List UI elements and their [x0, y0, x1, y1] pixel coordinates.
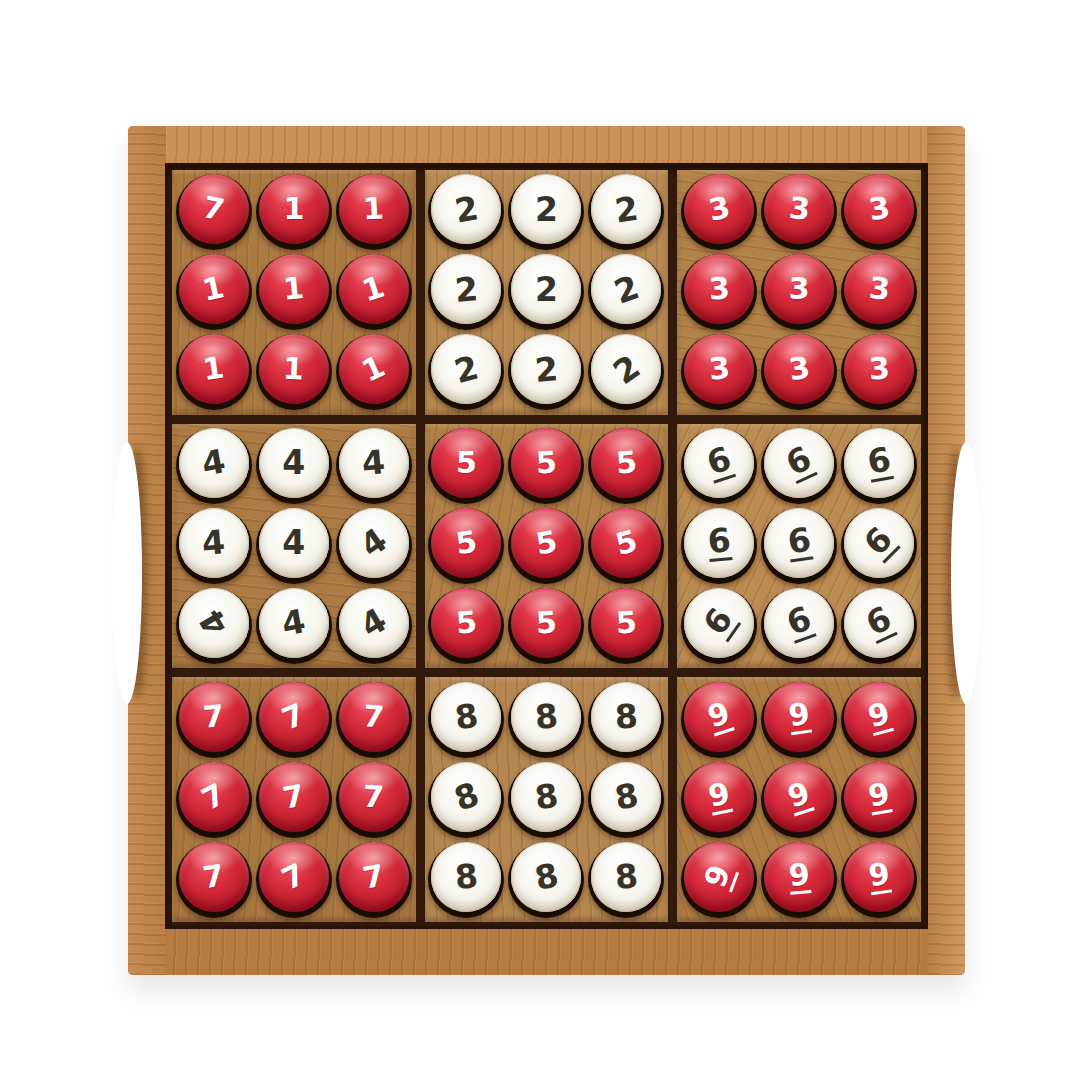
peg-r7c2-value-7[interactable]: 7 — [259, 682, 329, 752]
peg-number: 7 — [198, 779, 231, 815]
board-cell-r6c8: 6 — [760, 587, 838, 665]
peg-number: 4 — [356, 603, 392, 643]
board-cell-r3c7: 3 — [680, 333, 758, 411]
peg-r4c8-value-6[interactable]: 6 — [764, 428, 834, 498]
peg-hole: 6 — [761, 428, 837, 504]
peg-hole: 8 — [588, 762, 664, 838]
peg-number: 9 — [866, 778, 892, 815]
peg-r4c4-value-5[interactable]: 5 — [431, 428, 501, 498]
peg-r1c1-value-7[interactable]: 7 — [179, 174, 249, 244]
peg-r9c1-value-7[interactable]: 7 — [179, 842, 249, 912]
peg-number: 8 — [614, 859, 640, 894]
board-cell-r8c9: 9 — [840, 761, 918, 839]
peg-r5c7-value-6[interactable]: 6 — [684, 508, 754, 578]
board-cell-r3c4: 2 — [427, 333, 505, 411]
peg-number: 7 — [363, 781, 385, 812]
peg-hole: 5 — [508, 588, 584, 664]
peg-number: 7 — [362, 701, 385, 733]
peg-r7c3-value-7[interactable]: 7 — [339, 682, 409, 752]
board-cell-r9c4: 8 — [427, 841, 505, 919]
peg-r3c3-value-1[interactable]: 1 — [339, 334, 409, 404]
peg-r7c8-value-9[interactable]: 9 — [764, 682, 834, 752]
board-box-6: 666666666 — [677, 424, 921, 669]
board-cell-r8c8: 9 — [760, 761, 838, 839]
peg-number: 2 — [613, 191, 640, 227]
peg-hole: 2 — [428, 254, 504, 330]
peg-r6c7-value-6[interactable]: 6 — [684, 588, 754, 658]
peg-hole: 8 — [428, 682, 504, 758]
peg-hole: 4 — [336, 508, 412, 584]
peg-r7c9-value-9[interactable]: 9 — [844, 682, 914, 752]
board-cell-r2c7: 3 — [680, 253, 758, 331]
peg-r6c9-value-6[interactable]: 6 — [844, 588, 914, 658]
peg-hole: 7 — [256, 682, 332, 758]
peg-r9c3-value-7[interactable]: 7 — [339, 842, 409, 912]
peg-r4c5-value-5[interactable]: 5 — [511, 428, 581, 498]
peg-hole: 3 — [761, 334, 837, 410]
peg-hole: 2 — [508, 174, 584, 250]
peg-hole: 3 — [841, 334, 917, 410]
board-cell-r7c8: 9 — [760, 681, 838, 759]
board-cell-r3c6: 2 — [587, 333, 665, 411]
peg-number: 9 — [700, 861, 739, 892]
peg-number: 2 — [610, 270, 643, 309]
peg-r2c2-value-1[interactable]: 1 — [259, 254, 329, 324]
peg-hole: 6 — [681, 588, 757, 664]
peg-number: 6 — [703, 442, 736, 484]
peg-hole: 9 — [681, 762, 757, 838]
board-cell-r2c8: 3 — [760, 253, 838, 331]
peg-r5c2-value-4[interactable]: 4 — [259, 508, 329, 578]
peg-r2c7-value-3[interactable]: 3 — [684, 254, 754, 324]
peg-hole: 6 — [681, 508, 757, 584]
board-cell-r7c4: 8 — [427, 681, 505, 759]
peg-hole: 6 — [761, 588, 837, 664]
peg-r8c2-value-7[interactable]: 7 — [259, 762, 329, 832]
board-cell-r2c4: 2 — [427, 253, 505, 331]
board-cell-r3c5: 2 — [507, 333, 585, 411]
board-cell-r6c9: 6 — [840, 587, 918, 665]
peg-number: 6 — [861, 601, 897, 644]
peg-hole: 9 — [681, 842, 757, 918]
peg-hole: 1 — [336, 174, 412, 250]
peg-hole: 8 — [508, 842, 584, 918]
peg-r4c3-value-4[interactable]: 4 — [339, 428, 409, 498]
peg-r5c6-value-5[interactable]: 5 — [591, 508, 661, 578]
peg-hole: 3 — [841, 174, 917, 250]
peg-hole: 5 — [428, 508, 504, 584]
peg-number: 2 — [535, 193, 558, 226]
peg-number: 8 — [614, 700, 639, 734]
board-cell-r6c4: 5 — [427, 587, 505, 665]
board-cell-r8c6: 8 — [587, 761, 665, 839]
board-cell-r9c8: 9 — [760, 841, 838, 919]
peg-hole: 5 — [508, 508, 584, 584]
peg-r8c3-value-7[interactable]: 7 — [339, 762, 409, 832]
peg-r5c4-value-5[interactable]: 5 — [431, 508, 501, 578]
peg-number: 5 — [535, 447, 557, 478]
peg-number: 9 — [784, 777, 814, 816]
peg-r9c7-value-9[interactable]: 9 — [684, 842, 754, 912]
peg-number: 5 — [456, 448, 477, 478]
peg-number: 9 — [866, 858, 891, 895]
board-cell-r5c4: 5 — [427, 507, 505, 585]
peg-r1c4-value-2[interactable]: 2 — [431, 174, 501, 244]
peg-number: 7 — [201, 192, 228, 226]
peg-hole: 1 — [336, 334, 412, 410]
peg-r6c4-value-5[interactable]: 5 — [431, 588, 501, 658]
peg-hole: 3 — [681, 334, 757, 410]
peg-r6c1-value-4[interactable]: 4 — [179, 588, 249, 658]
peg-number: 7 — [281, 780, 307, 813]
peg-number: 6 — [865, 443, 894, 483]
peg-hole: 4 — [336, 588, 412, 664]
peg-hole: 6 — [761, 508, 837, 584]
peg-r8c4-value-8[interactable]: 8 — [431, 762, 501, 832]
board-cell-r9c3: 7 — [335, 841, 413, 919]
peg-number: 8 — [450, 777, 483, 816]
peg-number: 2 — [454, 272, 480, 307]
peg-r7c6-value-8[interactable]: 8 — [591, 682, 661, 752]
peg-hole: 9 — [841, 842, 917, 918]
peg-number: 3 — [867, 193, 892, 226]
board-cell-r7c6: 8 — [587, 681, 665, 759]
peg-r1c6-value-2[interactable]: 2 — [591, 174, 661, 244]
board-box-2: 222222222 — [425, 170, 669, 415]
board-cell-r5c7: 6 — [680, 507, 758, 585]
peg-hole: 8 — [588, 682, 664, 758]
board-cell-r9c9: 9 — [840, 841, 918, 919]
peg-r3c2-value-1[interactable]: 1 — [259, 334, 329, 404]
peg-r4c9-value-6[interactable]: 6 — [844, 428, 914, 498]
peg-r1c7-value-3[interactable]: 3 — [684, 174, 754, 244]
peg-hole: 4 — [256, 428, 332, 504]
peg-r1c9-value-3[interactable]: 3 — [844, 174, 914, 244]
board-cell-r4c7: 6 — [680, 427, 758, 505]
peg-r6c3-value-4[interactable]: 4 — [339, 588, 409, 658]
peg-hole: 4 — [256, 588, 332, 664]
board-cell-r7c9: 9 — [840, 681, 918, 759]
peg-number: 4 — [282, 526, 305, 559]
peg-hole: 2 — [508, 254, 584, 330]
peg-r1c8-value-3[interactable]: 3 — [764, 174, 834, 244]
board-cell-r5c9: 6 — [840, 507, 918, 585]
peg-hole: 2 — [588, 254, 664, 330]
peg-number: 5 — [615, 447, 638, 479]
peg-hole: 6 — [841, 428, 917, 504]
peg-number: 1 — [359, 272, 388, 307]
peg-hole: 7 — [336, 762, 412, 838]
peg-number: 2 — [452, 191, 480, 227]
board-cell-r6c7: 6 — [680, 587, 758, 665]
peg-r1c3-value-1[interactable]: 1 — [339, 174, 409, 244]
peg-number: 4 — [361, 446, 387, 481]
peg-number: 1 — [282, 273, 305, 305]
board-cell-r2c9: 3 — [840, 253, 918, 331]
board-cell-r8c4: 8 — [427, 761, 505, 839]
peg-r7c5-value-8[interactable]: 8 — [511, 682, 581, 752]
peg-number: 4 — [201, 526, 227, 561]
peg-r9c9-value-9[interactable]: 9 — [844, 842, 914, 912]
peg-number: 7 — [279, 699, 310, 735]
peg-number: 8 — [612, 778, 640, 814]
peg-hole: 7 — [176, 174, 252, 250]
peg-number: 6 — [785, 523, 813, 563]
board-cell-r5c1: 4 — [175, 507, 253, 585]
peg-number: 7 — [202, 701, 225, 733]
peg-number: 6 — [697, 603, 740, 643]
board-cell-r6c2: 4 — [255, 587, 333, 665]
peg-r5c3-value-4[interactable]: 4 — [339, 508, 409, 578]
peg-hole: 3 — [681, 174, 757, 250]
board-cell-r9c2: 7 — [255, 841, 333, 919]
peg-number: 2 — [451, 350, 482, 388]
peg-number: 7 — [201, 860, 226, 893]
peg-r3c6-value-2[interactable]: 2 — [591, 334, 661, 404]
board-cell-r5c6: 5 — [587, 507, 665, 585]
board-cell-r2c2: 1 — [255, 253, 333, 331]
board-cell-r7c1: 7 — [175, 681, 253, 759]
peg-r2c8-value-3[interactable]: 3 — [764, 254, 834, 324]
peg-hole: 2 — [508, 334, 584, 410]
board-cell-r4c1: 4 — [175, 427, 253, 505]
peg-r8c5-value-8[interactable]: 8 — [511, 762, 581, 832]
peg-r3c5-value-2[interactable]: 2 — [511, 334, 581, 404]
peg-hole: 1 — [176, 334, 252, 410]
peg-hole: 3 — [681, 254, 757, 330]
peg-number: 2 — [535, 273, 558, 306]
peg-r2c1-value-1[interactable]: 1 — [179, 254, 249, 324]
peg-hole: 4 — [176, 428, 252, 504]
peg-r8c1-value-7[interactable]: 7 — [179, 762, 249, 832]
peg-r2c3-value-1[interactable]: 1 — [339, 254, 409, 324]
peg-hole: 6 — [841, 508, 917, 584]
peg-number: 5 — [534, 526, 560, 559]
peg-hole: 7 — [176, 762, 252, 838]
peg-number: 4 — [282, 446, 305, 479]
finger-notch-left — [112, 442, 142, 704]
board-cell-r4c4: 5 — [427, 427, 505, 505]
board-cell-r8c5: 8 — [507, 761, 585, 839]
peg-r1c5-value-2[interactable]: 2 — [511, 174, 581, 244]
peg-r6c8-value-6[interactable]: 6 — [764, 588, 834, 658]
peg-r1c2-value-1[interactable]: 1 — [259, 174, 329, 244]
board-cell-r1c2: 1 — [255, 173, 333, 251]
board-cell-r4c6: 5 — [587, 427, 665, 505]
peg-hole: 8 — [508, 762, 584, 838]
board-cell-r8c3: 7 — [335, 761, 413, 839]
board-cell-r8c2: 7 — [255, 761, 333, 839]
peg-hole: 9 — [761, 842, 837, 918]
board-tray: 7111111112222222223333333334444444445555… — [165, 163, 928, 929]
peg-number: 1 — [358, 351, 390, 387]
peg-r5c1-value-4[interactable]: 4 — [179, 508, 249, 578]
peg-number: 9 — [865, 698, 894, 736]
board-box-3: 333333333 — [677, 170, 921, 415]
peg-hole: 2 — [588, 174, 664, 250]
peg-r2c5-value-2[interactable]: 2 — [511, 254, 581, 324]
peg-number: 5 — [535, 607, 557, 638]
peg-r3c1-value-1[interactable]: 1 — [179, 334, 249, 404]
peg-number: 6 — [781, 441, 817, 484]
board-cell-r3c8: 3 — [760, 333, 838, 411]
peg-hole: 9 — [841, 682, 917, 758]
peg-r4c6-value-5[interactable]: 5 — [591, 428, 661, 498]
peg-hole: 8 — [588, 842, 664, 918]
peg-r3c8-value-3[interactable]: 3 — [764, 334, 834, 404]
board-cell-r4c5: 5 — [507, 427, 585, 505]
finger-notch-right — [951, 442, 981, 704]
peg-hole: 3 — [761, 174, 837, 250]
peg-number: 1 — [283, 354, 305, 385]
peg-number: 2 — [608, 349, 646, 389]
peg-number: 4 — [355, 523, 393, 563]
peg-hole: 8 — [428, 762, 504, 838]
peg-r3c7-value-3[interactable]: 3 — [684, 334, 754, 404]
board-cell-r7c2: 7 — [255, 681, 333, 759]
peg-hole: 1 — [256, 334, 332, 410]
peg-r3c4-value-2[interactable]: 2 — [431, 334, 501, 404]
peg-number: 5 — [455, 607, 478, 639]
peg-r9c4-value-8[interactable]: 8 — [431, 842, 501, 912]
board-cell-r1c8: 3 — [760, 173, 838, 251]
peg-number: 5 — [454, 527, 479, 560]
peg-hole: 5 — [588, 508, 664, 584]
board-cell-r1c4: 2 — [427, 173, 505, 251]
peg-number: 8 — [453, 699, 480, 735]
board-cell-r4c2: 4 — [255, 427, 333, 505]
peg-hole: 7 — [256, 762, 332, 838]
board-cell-r2c5: 2 — [507, 253, 585, 331]
board-cell-r4c8: 6 — [760, 427, 838, 505]
peg-hole: 6 — [841, 588, 917, 664]
peg-number: 2 — [534, 352, 560, 387]
board-cell-r3c2: 1 — [255, 333, 333, 411]
peg-r9c2-value-7[interactable]: 7 — [259, 842, 329, 912]
peg-number: 8 — [534, 699, 560, 734]
peg-r8c7-value-9[interactable]: 9 — [684, 762, 754, 832]
sudoku-board: 7111111112222222223333333334444444445555… — [128, 126, 965, 975]
board-cell-r6c6: 5 — [587, 587, 665, 665]
peg-hole: 7 — [336, 842, 412, 918]
peg-r9c8-value-9[interactable]: 9 — [764, 842, 834, 912]
board-cell-r9c6: 8 — [587, 841, 665, 919]
peg-r6c6-value-5[interactable]: 5 — [591, 588, 661, 658]
board-cell-r6c1: 4 — [175, 587, 253, 665]
board-cell-r4c9: 6 — [840, 427, 918, 505]
board-cell-r1c9: 3 — [840, 173, 918, 251]
peg-number: 1 — [363, 194, 385, 225]
peg-r4c2-value-4[interactable]: 4 — [259, 428, 329, 498]
peg-r8c8-value-9[interactable]: 9 — [764, 762, 834, 832]
board-cell-r5c8: 6 — [760, 507, 838, 585]
peg-hole: 4 — [176, 508, 252, 584]
board-cell-r6c3: 4 — [335, 587, 413, 665]
peg-r6c5-value-5[interactable]: 5 — [511, 588, 581, 658]
board-cell-r8c1: 7 — [175, 761, 253, 839]
peg-number: 5 — [613, 526, 641, 560]
peg-number: 1 — [283, 194, 304, 224]
peg-hole: 8 — [428, 842, 504, 918]
peg-r8c6-value-8[interactable]: 8 — [591, 762, 661, 832]
peg-hole: 4 — [256, 508, 332, 584]
peg-number: 8 — [532, 858, 561, 895]
peg-number: 8 — [454, 859, 480, 894]
peg-hole: 5 — [508, 428, 584, 504]
peg-number: 4 — [194, 605, 234, 641]
board-cell-r1c1: 7 — [175, 173, 253, 251]
peg-hole: 1 — [256, 254, 332, 330]
peg-number: 3 — [706, 192, 733, 226]
board-cell-r7c7: 9 — [680, 681, 758, 759]
peg-r7c7-value-9[interactable]: 9 — [684, 682, 754, 752]
board-box-7: 777777777 — [172, 677, 416, 922]
board-cell-r1c3: 1 — [335, 173, 413, 251]
peg-hole: 9 — [681, 682, 757, 758]
peg-r7c4-value-8[interactable]: 8 — [431, 682, 501, 752]
peg-r5c8-value-6[interactable]: 6 — [764, 508, 834, 578]
board-box-9: 999999999 — [677, 677, 921, 922]
peg-r7c1-value-7[interactable]: 7 — [179, 682, 249, 752]
peg-number: 9 — [705, 778, 732, 816]
peg-r2c4-value-2[interactable]: 2 — [431, 254, 501, 324]
board-cell-r7c5: 8 — [507, 681, 585, 759]
peg-hole: 6 — [681, 428, 757, 504]
peg-r8c9-value-9[interactable]: 9 — [844, 762, 914, 832]
peg-r5c9-value-6[interactable]: 6 — [844, 508, 914, 578]
peg-r3c9-value-3[interactable]: 3 — [844, 334, 914, 404]
peg-r2c9-value-3[interactable]: 3 — [844, 254, 914, 324]
peg-hole: 7 — [256, 842, 332, 918]
peg-r4c7-value-6[interactable]: 6 — [684, 428, 754, 498]
board-box-4: 444444444 — [172, 424, 416, 669]
peg-r6c2-value-4[interactable]: 4 — [259, 588, 329, 658]
peg-number: 1 — [201, 353, 226, 386]
board-cell-r2c6: 2 — [587, 253, 665, 331]
peg-number: 8 — [533, 779, 560, 815]
board-cell-r7c3: 7 — [335, 681, 413, 759]
peg-number: 4 — [280, 605, 308, 641]
peg-hole: 7 — [176, 842, 252, 918]
peg-r5c5-value-5[interactable]: 5 — [511, 508, 581, 578]
peg-number: 3 — [868, 354, 890, 385]
peg-hole: 9 — [761, 682, 837, 758]
peg-number: 9 — [786, 698, 811, 735]
peg-number: 5 — [615, 607, 637, 638]
peg-r9c5-value-8[interactable]: 8 — [511, 842, 581, 912]
peg-number: 3 — [789, 274, 810, 304]
peg-r9c6-value-8[interactable]: 8 — [591, 842, 661, 912]
peg-number: 9 — [787, 859, 811, 895]
board-box-8: 888888888 — [425, 677, 669, 922]
peg-hole: 5 — [428, 428, 504, 504]
peg-number: 3 — [707, 353, 730, 385]
peg-number: 4 — [200, 445, 228, 481]
peg-hole: 7 — [176, 682, 252, 758]
peg-r4c1-value-4[interactable]: 4 — [179, 428, 249, 498]
peg-hole: 3 — [761, 254, 837, 330]
peg-number: 6 — [858, 522, 900, 564]
peg-number: 7 — [361, 860, 387, 893]
peg-hole: 8 — [508, 682, 584, 758]
peg-r2c6-value-2[interactable]: 2 — [591, 254, 661, 324]
board-cell-r9c1: 7 — [175, 841, 253, 919]
board-cell-r1c5: 2 — [507, 173, 585, 251]
board-cell-r2c1: 1 — [175, 253, 253, 331]
board-cell-r6c5: 5 — [507, 587, 585, 665]
peg-hole: 9 — [761, 762, 837, 838]
peg-hole: 3 — [841, 254, 917, 330]
